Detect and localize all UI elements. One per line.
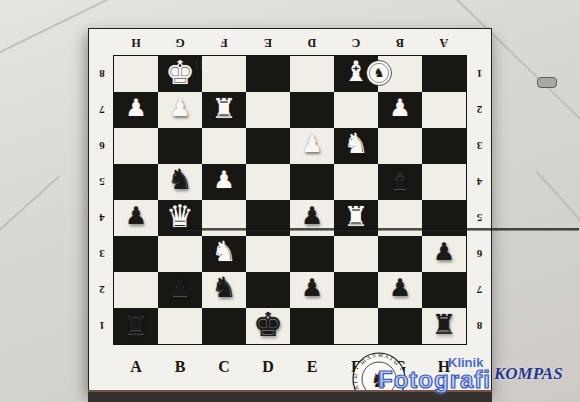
square-d6[interactable]	[246, 128, 290, 164]
coordinate-label: 7	[91, 92, 113, 128]
coordinate-label: G	[158, 31, 202, 55]
square-h3[interactable]: ♟	[422, 236, 466, 272]
piece-black-pawn[interactable]: ♟	[301, 276, 323, 300]
square-d5[interactable]	[246, 164, 290, 200]
coordinate-label: 6	[91, 128, 113, 164]
coordinate-label: C	[202, 344, 246, 390]
square-d7[interactable]	[246, 92, 290, 128]
square-c1[interactable]	[202, 308, 246, 344]
square-h8[interactable]	[422, 56, 466, 92]
square-e8[interactable]	[290, 56, 334, 92]
square-a4[interactable]: ♟	[114, 200, 158, 236]
board-side-edge	[88, 390, 492, 402]
square-a5[interactable]	[114, 164, 158, 200]
piece-black-knight[interactable]: ♞	[167, 166, 192, 194]
square-a3[interactable]	[114, 236, 158, 272]
coordinate-label: B	[158, 344, 202, 390]
coordinate-label: H	[422, 344, 466, 390]
piece-black-pawn[interactable]: ♟	[301, 204, 323, 228]
coordinate-label: 1	[91, 308, 113, 344]
piece-black-rook[interactable]: ♜	[432, 311, 456, 338]
piece-white-rook[interactable]: ♜	[344, 203, 368, 230]
coordinate-label: 8	[91, 56, 113, 92]
piece-black-pawn[interactable]: ♟	[389, 276, 411, 300]
floor-grout-line	[535, 170, 580, 231]
square-e2[interactable]: ♟	[290, 272, 334, 308]
file-labels-bottom: ABCDEFGH	[114, 344, 466, 390]
square-g1[interactable]	[378, 308, 422, 344]
square-e5[interactable]	[290, 164, 334, 200]
board-fold-seam	[179, 228, 579, 231]
square-f3[interactable]	[334, 236, 378, 272]
piece-black-bishop[interactable]: ♝	[387, 166, 412, 194]
coordinate-label: 1	[468, 56, 491, 92]
square-b2[interactable]: ♟	[158, 272, 202, 308]
square-d1[interactable]: ♚	[246, 308, 290, 344]
svg-text:♞: ♞	[370, 368, 388, 392]
square-a7[interactable]: ♟	[114, 92, 158, 128]
square-d8[interactable]	[246, 56, 290, 92]
square-b6[interactable]	[158, 128, 202, 164]
photo-canvas: HGFEDCBA ABCDEFGH 87654321 12345678 ♚♝♟♟…	[0, 0, 580, 402]
square-a6[interactable]	[114, 128, 158, 164]
watermark-kompas: KOMPAS	[494, 364, 563, 384]
square-c5[interactable]: ♟	[202, 164, 246, 200]
piece-black-pawn[interactable]: ♟	[433, 240, 455, 264]
coordinate-label: 2	[91, 272, 113, 308]
piece-white-knight[interactable]: ♞	[343, 130, 368, 158]
board-grid: ♚♝♟♟♜♟♟♞♞♟♝♟♛♟♜♞♟♟♞♟♟♜♚♜	[114, 56, 466, 344]
square-b3[interactable]	[158, 236, 202, 272]
rank-labels-left: 87654321	[91, 56, 113, 344]
piece-black-rook[interactable]: ♜	[124, 311, 148, 338]
coordinate-label: 4	[91, 200, 113, 236]
square-d2[interactable]	[246, 272, 290, 308]
piece-black-pawn[interactable]: ♟	[125, 204, 147, 228]
square-f1[interactable]	[334, 308, 378, 344]
piece-white-knight[interactable]: ♞	[211, 238, 236, 266]
square-e7[interactable]	[290, 92, 334, 128]
piece-white-pawn[interactable]: ♟	[213, 168, 235, 192]
square-a1[interactable]: ♜	[114, 308, 158, 344]
square-g3[interactable]	[378, 236, 422, 272]
square-f7[interactable]	[334, 92, 378, 128]
coordinate-label: 6	[468, 236, 491, 272]
piece-white-pawn[interactable]: ♟	[389, 96, 411, 120]
square-g7[interactable]: ♟	[378, 92, 422, 128]
square-c3[interactable]: ♞	[202, 236, 246, 272]
square-e6[interactable]: ♟	[290, 128, 334, 164]
coordinate-label: 8	[468, 308, 491, 344]
coordinate-label: B	[378, 31, 422, 55]
square-d3[interactable]	[246, 236, 290, 272]
square-c6[interactable]	[202, 128, 246, 164]
square-f6[interactable]: ♞	[334, 128, 378, 164]
rank-labels-right: 12345678	[468, 56, 491, 344]
piece-black-king[interactable]: ♚	[253, 308, 283, 341]
coordinate-label: A	[114, 344, 158, 390]
coordinate-label: A	[422, 31, 466, 55]
coordinate-label: 7	[468, 272, 491, 308]
coordinate-label: 4	[468, 164, 491, 200]
coordinate-label: 3	[468, 128, 491, 164]
square-e3[interactable]	[290, 236, 334, 272]
svg-text:♞: ♞	[373, 65, 384, 80]
coordinate-label: H	[114, 31, 158, 55]
square-g6[interactable]	[378, 128, 422, 164]
square-a8[interactable]	[114, 56, 158, 92]
floor-grout-line	[0, 175, 60, 235]
chess-board: HGFEDCBA ABCDEFGH 87654321 12345678 ♚♝♟♟…	[88, 28, 492, 392]
piece-white-pawn[interactable]: ♟	[169, 96, 191, 120]
coordinate-label: C	[334, 31, 378, 55]
file-labels-top: HGFEDCBA	[114, 31, 466, 55]
square-h1[interactable]: ♜	[422, 308, 466, 344]
square-c2[interactable]: ♞	[202, 272, 246, 308]
square-f2[interactable]	[334, 272, 378, 308]
square-e1[interactable]	[290, 308, 334, 344]
coordinate-label: E	[290, 344, 334, 390]
coordinate-label: F	[202, 31, 246, 55]
piece-white-king[interactable]: ♚	[165, 56, 195, 89]
square-g5[interactable]: ♝	[378, 164, 422, 200]
square-f5[interactable]	[334, 164, 378, 200]
square-b1[interactable]	[158, 308, 202, 344]
square-a2[interactable]	[114, 272, 158, 308]
coordinate-label: 3	[91, 236, 113, 272]
piece-black-knight[interactable]: ♞	[211, 274, 236, 302]
piece-white-queen[interactable]: ♛	[166, 201, 194, 232]
coordinate-label: 5	[91, 164, 113, 200]
square-b5[interactable]: ♞	[158, 164, 202, 200]
square-h7[interactable]	[422, 92, 466, 128]
piece-white-pawn[interactable]: ♟	[125, 96, 147, 120]
square-b7[interactable]: ♟	[158, 92, 202, 128]
board-hinge-marks: ||	[195, 59, 204, 69]
square-c7[interactable]: ♜	[202, 92, 246, 128]
piece-white-bishop[interactable]: ♝	[343, 58, 368, 86]
coordinate-label: D	[290, 31, 334, 55]
board-clasp	[537, 77, 557, 88]
piece-black-pawn[interactable]: ♟	[169, 276, 191, 300]
piece-white-rook[interactable]: ♜	[212, 95, 236, 122]
square-g2[interactable]: ♟	[378, 272, 422, 308]
coordinate-label: E	[246, 31, 290, 55]
board-logo-top-knight-icon: ♞	[366, 60, 392, 86]
piece-white-pawn[interactable]: ♟	[301, 132, 323, 156]
square-h5[interactable]	[422, 164, 466, 200]
coordinate-label: D	[246, 344, 290, 390]
coordinate-label: 2	[468, 92, 491, 128]
square-h6[interactable]	[422, 128, 466, 164]
square-c8[interactable]	[202, 56, 246, 92]
square-h2[interactable]	[422, 272, 466, 308]
